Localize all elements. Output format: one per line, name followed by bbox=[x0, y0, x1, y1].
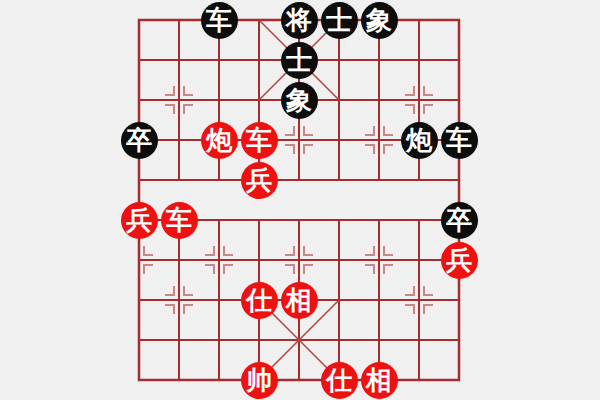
piece-red-soldier[interactable]: 兵 bbox=[241, 162, 278, 199]
piece-red-chariot[interactable]: 车 bbox=[161, 202, 198, 239]
piece-red-elephant[interactable]: 相 bbox=[361, 362, 398, 399]
piece-black-soldier[interactable]: 卒 bbox=[121, 122, 158, 159]
piece-black-chariot[interactable]: 车 bbox=[441, 122, 478, 159]
piece-black-advisor[interactable]: 士 bbox=[281, 42, 318, 79]
piece-red-advisor[interactable]: 仕 bbox=[241, 282, 278, 319]
piece-red-soldier[interactable]: 兵 bbox=[441, 242, 478, 279]
piece-red-elephant[interactable]: 相 bbox=[281, 282, 318, 319]
piece-red-chariot[interactable]: 车 bbox=[241, 122, 278, 159]
piece-red-advisor[interactable]: 仕 bbox=[321, 362, 358, 399]
piece-black-elephant[interactable]: 象 bbox=[281, 82, 318, 119]
xiangqi-position-screenshot: 车将士象士象卒炮车炮车兵兵车卒兵仕相帅仕相 bbox=[0, 0, 600, 400]
piece-black-general[interactable]: 将 bbox=[281, 2, 318, 39]
piece-red-soldier[interactable]: 兵 bbox=[121, 202, 158, 239]
piece-black-cannon[interactable]: 炮 bbox=[401, 122, 438, 159]
piece-black-soldier[interactable]: 卒 bbox=[441, 202, 478, 239]
piece-black-chariot[interactable]: 车 bbox=[201, 2, 238, 39]
piece-red-cannon[interactable]: 炮 bbox=[201, 122, 238, 159]
xiangqi-pieces-grid: 车将士象士象卒炮车炮车兵兵车卒兵仕相帅仕相 bbox=[119, 0, 479, 400]
piece-black-elephant[interactable]: 象 bbox=[361, 2, 398, 39]
piece-black-advisor[interactable]: 士 bbox=[321, 2, 358, 39]
piece-red-general[interactable]: 帅 bbox=[241, 362, 278, 399]
